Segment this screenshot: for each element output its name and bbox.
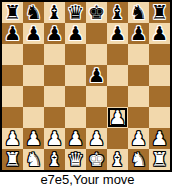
board-frame: ♜♞♝♛♚♝♞♜♟♟♟♟♟♟♟♟♟♟♟♟♟♟♟♟♜♞♝♛♚♝♞♜ <box>0 0 172 172</box>
square-d2[interactable]: ♟ <box>65 128 86 149</box>
piece-white-bishop-c1[interactable]: ♝ <box>46 149 63 170</box>
square-f7[interactable]: ♟ <box>107 23 128 44</box>
square-f2[interactable] <box>107 128 128 149</box>
square-g8[interactable]: ♞ <box>128 2 149 23</box>
piece-white-knight-g1[interactable]: ♞ <box>130 149 147 170</box>
piece-white-pawn-e2[interactable]: ♟ <box>88 128 105 149</box>
square-b8[interactable]: ♞ <box>23 2 44 23</box>
piece-white-rook-h1[interactable]: ♜ <box>151 149 168 170</box>
square-b6[interactable] <box>23 44 44 65</box>
square-a3[interactable] <box>2 107 23 128</box>
piece-white-queen-d1[interactable]: ♛ <box>67 149 84 170</box>
square-c4[interactable] <box>44 86 65 107</box>
square-g1[interactable]: ♞ <box>128 149 149 170</box>
piece-black-knight-g8[interactable]: ♞ <box>130 2 147 23</box>
chess-board[interactable]: ♜♞♝♛♚♝♞♜♟♟♟♟♟♟♟♟♟♟♟♟♟♟♟♟♜♞♝♛♚♝♞♜ <box>2 2 170 170</box>
chess-applet: ♜♞♝♛♚♝♞♜♟♟♟♟♟♟♟♟♟♟♟♟♟♟♟♟♜♞♝♛♚♝♞♜ e7e5,Yo… <box>0 0 175 189</box>
piece-black-king-e8[interactable]: ♚ <box>88 2 105 23</box>
piece-black-pawn-b7[interactable]: ♟ <box>25 23 42 44</box>
square-e4[interactable] <box>86 86 107 107</box>
square-c2[interactable]: ♟ <box>44 128 65 149</box>
square-g4[interactable] <box>128 86 149 107</box>
square-f5[interactable] <box>107 65 128 86</box>
piece-black-knight-b8[interactable]: ♞ <box>25 2 42 23</box>
square-f8[interactable]: ♝ <box>107 2 128 23</box>
square-e1[interactable]: ♚ <box>86 149 107 170</box>
status-text: e7e5,Your move <box>0 172 175 189</box>
square-d4[interactable] <box>65 86 86 107</box>
square-b2[interactable]: ♟ <box>23 128 44 149</box>
square-h7[interactable]: ♟ <box>149 23 170 44</box>
piece-black-pawn-d7[interactable]: ♟ <box>67 23 84 44</box>
square-h6[interactable] <box>149 44 170 65</box>
piece-black-pawn-h7[interactable]: ♟ <box>151 23 168 44</box>
square-e5[interactable]: ♟ <box>86 65 107 86</box>
square-g5[interactable] <box>128 65 149 86</box>
square-g7[interactable]: ♟ <box>128 23 149 44</box>
square-b1[interactable]: ♞ <box>23 149 44 170</box>
square-a6[interactable] <box>2 44 23 65</box>
square-c6[interactable] <box>44 44 65 65</box>
square-e3[interactable] <box>86 107 107 128</box>
piece-black-queen-d8[interactable]: ♛ <box>67 2 84 23</box>
square-g6[interactable] <box>128 44 149 65</box>
square-f1[interactable]: ♝ <box>107 149 128 170</box>
piece-white-bishop-f1[interactable]: ♝ <box>109 149 126 170</box>
piece-black-rook-h8[interactable]: ♜ <box>151 2 168 23</box>
square-c7[interactable]: ♟ <box>44 23 65 44</box>
piece-white-pawn-d2[interactable]: ♟ <box>67 128 84 149</box>
piece-white-pawn-b2[interactable]: ♟ <box>25 128 42 149</box>
piece-black-bishop-c8[interactable]: ♝ <box>46 2 63 23</box>
square-g3[interactable] <box>128 107 149 128</box>
square-c1[interactable]: ♝ <box>44 149 65 170</box>
square-a2[interactable]: ♟ <box>2 128 23 149</box>
square-e2[interactable]: ♟ <box>86 128 107 149</box>
square-f4[interactable] <box>107 86 128 107</box>
square-h5[interactable] <box>149 65 170 86</box>
square-e7[interactable] <box>86 23 107 44</box>
square-d7[interactable]: ♟ <box>65 23 86 44</box>
piece-white-king-e1[interactable]: ♚ <box>88 149 105 170</box>
square-g2[interactable]: ♟ <box>128 128 149 149</box>
square-d8[interactable]: ♛ <box>65 2 86 23</box>
piece-white-pawn-a2[interactable]: ♟ <box>4 128 21 149</box>
square-c5[interactable] <box>44 65 65 86</box>
piece-black-pawn-e5[interactable]: ♟ <box>88 65 105 86</box>
square-d3[interactable] <box>65 107 86 128</box>
square-e6[interactable] <box>86 44 107 65</box>
square-b7[interactable]: ♟ <box>23 23 44 44</box>
piece-white-pawn-g2[interactable]: ♟ <box>130 128 147 149</box>
square-h3[interactable] <box>149 107 170 128</box>
square-a8[interactable]: ♜ <box>2 2 23 23</box>
square-a4[interactable] <box>2 86 23 107</box>
square-h4[interactable] <box>149 86 170 107</box>
square-h8[interactable]: ♜ <box>149 2 170 23</box>
square-c3[interactable] <box>44 107 65 128</box>
square-f6[interactable] <box>107 44 128 65</box>
square-c8[interactable]: ♝ <box>44 2 65 23</box>
square-h2[interactable]: ♟ <box>149 128 170 149</box>
piece-black-pawn-g7[interactable]: ♟ <box>130 23 147 44</box>
square-d5[interactable] <box>65 65 86 86</box>
piece-black-pawn-c7[interactable]: ♟ <box>46 23 63 44</box>
piece-black-pawn-a7[interactable]: ♟ <box>4 23 21 44</box>
square-b5[interactable] <box>23 65 44 86</box>
square-d6[interactable] <box>65 44 86 65</box>
square-f3[interactable]: ♟ <box>107 107 128 128</box>
square-h1[interactable]: ♜ <box>149 149 170 170</box>
square-a5[interactable] <box>2 65 23 86</box>
piece-black-rook-a8[interactable]: ♜ <box>4 2 21 23</box>
square-b3[interactable] <box>23 107 44 128</box>
square-d1[interactable]: ♛ <box>65 149 86 170</box>
piece-black-pawn-f7[interactable]: ♟ <box>109 23 126 44</box>
square-a7[interactable]: ♟ <box>2 23 23 44</box>
square-b4[interactable] <box>23 86 44 107</box>
piece-white-pawn-f3[interactable]: ♟ <box>109 107 126 128</box>
piece-white-pawn-c2[interactable]: ♟ <box>46 128 63 149</box>
piece-white-pawn-h2[interactable]: ♟ <box>151 128 168 149</box>
square-a1[interactable]: ♜ <box>2 149 23 170</box>
piece-white-rook-a1[interactable]: ♜ <box>4 149 21 170</box>
piece-black-bishop-f8[interactable]: ♝ <box>109 2 126 23</box>
piece-white-knight-b1[interactable]: ♞ <box>25 149 42 170</box>
square-e8[interactable]: ♚ <box>86 2 107 23</box>
